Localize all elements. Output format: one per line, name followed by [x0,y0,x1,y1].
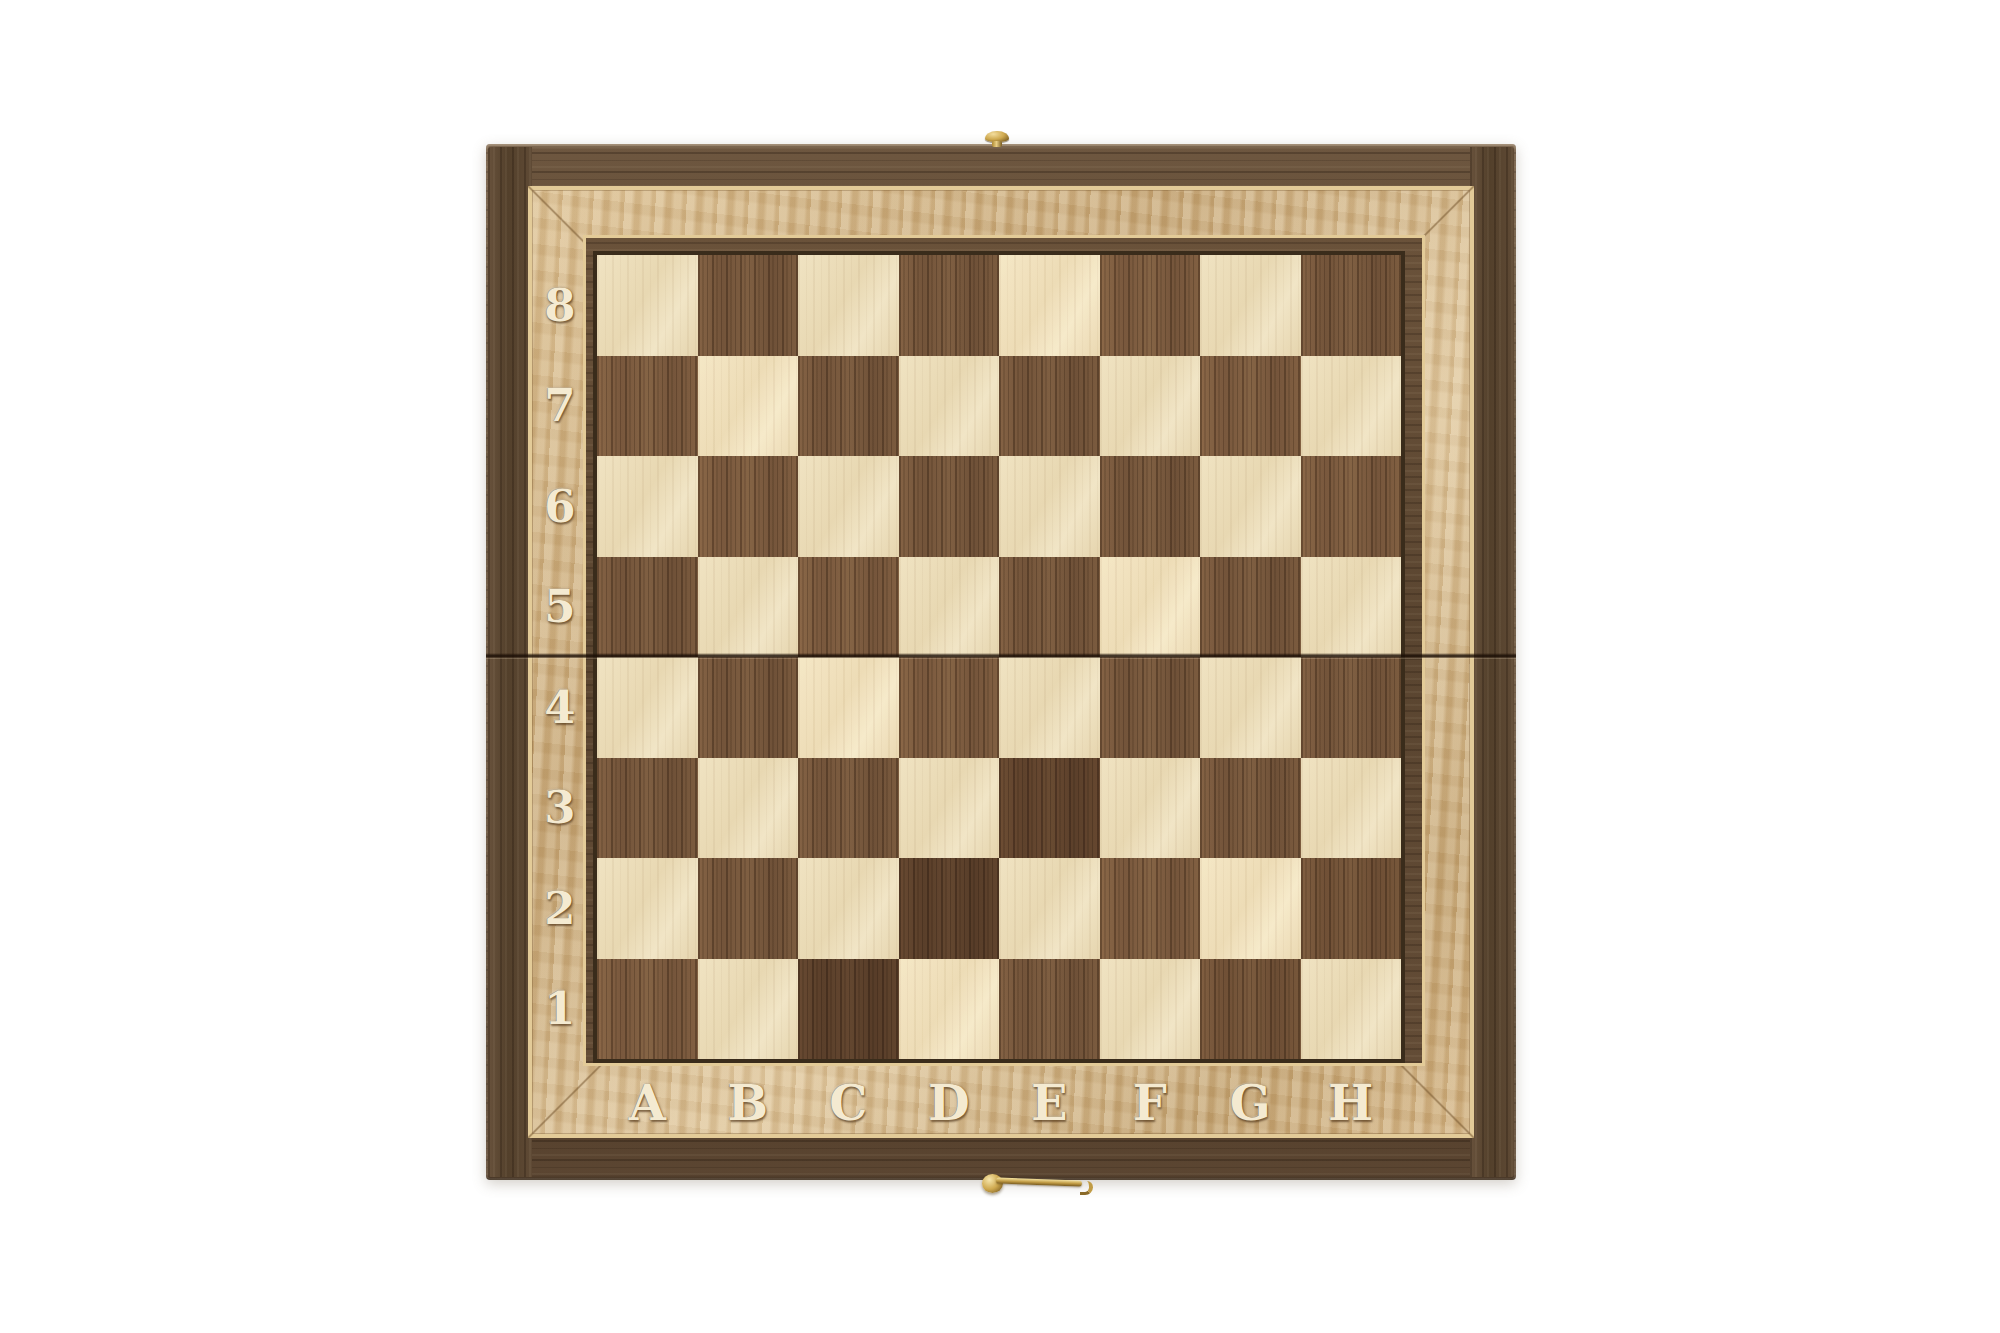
square-b1[interactable] [698,959,799,1060]
square-f5[interactable] [1100,557,1201,658]
square-h3[interactable] [1301,758,1402,859]
square-b8[interactable] [698,255,799,356]
rank-label-8: 8 [544,283,575,328]
square-h1[interactable] [1301,959,1402,1060]
square-e4[interactable] [999,657,1100,758]
square-g1[interactable] [1200,959,1301,1060]
square-d2[interactable] [899,858,1000,959]
square-b4[interactable] [698,657,799,758]
square-d5[interactable] [899,557,1000,658]
fold-seam [486,653,1516,659]
square-a8[interactable] [597,255,698,356]
rank-label-2: 2 [544,886,575,931]
square-e8[interactable] [999,255,1100,356]
frame-right-rail [1470,147,1514,1177]
rank-label-4: 4 [544,685,575,730]
file-label-g: G [1230,1079,1271,1127]
square-e5[interactable] [999,557,1100,658]
file-label-c: C [829,1079,867,1127]
square-e6[interactable] [999,456,1100,557]
square-a6[interactable] [597,456,698,557]
rank-label-5: 5 [544,584,575,629]
square-f2[interactable] [1100,858,1201,959]
square-c7[interactable] [798,356,899,457]
square-h2[interactable] [1301,858,1402,959]
square-d8[interactable] [899,255,1000,356]
chess-board: 87654321 ABCDEFGH [486,144,1516,1180]
square-c6[interactable] [798,456,899,557]
square-g6[interactable] [1200,456,1301,557]
square-b6[interactable] [698,456,799,557]
square-f7[interactable] [1100,356,1201,457]
square-c1[interactable] [798,959,899,1060]
square-b2[interactable] [698,858,799,959]
square-g8[interactable] [1200,255,1301,356]
file-label-h: H [1328,1079,1373,1127]
square-c5[interactable] [798,557,899,658]
square-a3[interactable] [597,758,698,859]
square-h8[interactable] [1301,255,1402,356]
file-label-a: A [629,1079,666,1127]
square-a4[interactable] [597,657,698,758]
square-d6[interactable] [899,456,1000,557]
file-label-e: E [1031,1079,1068,1127]
rank-label-6: 6 [544,484,575,529]
square-a2[interactable] [597,858,698,959]
square-e7[interactable] [999,356,1100,457]
square-e3[interactable] [999,758,1100,859]
rank-label-1: 1 [544,986,575,1031]
latch-arm [996,1178,1082,1187]
hinge-pin-knob [983,131,1011,147]
file-label-f: F [1133,1079,1167,1127]
square-e2[interactable] [999,858,1100,959]
square-c4[interactable] [798,657,899,758]
square-g2[interactable] [1200,858,1301,959]
square-d1[interactable] [899,959,1000,1060]
page: { "game": "chess", "scene": "overhead pr… [0,0,2000,1333]
square-h7[interactable] [1301,356,1402,457]
hinge-pin-stem [992,141,1002,147]
square-f4[interactable] [1100,657,1201,758]
square-h6[interactable] [1301,456,1402,557]
square-c2[interactable] [798,858,899,959]
square-h4[interactable] [1301,657,1402,758]
square-e1[interactable] [999,959,1100,1060]
square-c3[interactable] [798,758,899,859]
square-g3[interactable] [1200,758,1301,859]
rank-label-7: 7 [544,383,575,428]
square-g5[interactable] [1200,557,1301,658]
square-b3[interactable] [698,758,799,859]
file-labels: ABCDEFGH [597,1063,1401,1133]
square-f8[interactable] [1100,255,1201,356]
square-d4[interactable] [899,657,1000,758]
square-b7[interactable] [698,356,799,457]
square-a7[interactable] [597,356,698,457]
square-a1[interactable] [597,959,698,1060]
file-label-d: D [928,1079,970,1127]
latch-hook-tip [1080,1181,1093,1195]
rank-label-3: 3 [544,785,575,830]
square-f1[interactable] [1100,959,1201,1060]
square-a5[interactable] [597,557,698,658]
file-label-b: B [727,1079,768,1127]
square-d3[interactable] [899,758,1000,859]
square-g7[interactable] [1200,356,1301,457]
square-c8[interactable] [798,255,899,356]
square-g4[interactable] [1200,657,1301,758]
square-b5[interactable] [698,557,799,658]
square-f3[interactable] [1100,758,1201,859]
latch-hook [980,1173,1094,1198]
square-d7[interactable] [899,356,1000,457]
frame-left-rail [488,147,532,1177]
square-h5[interactable] [1301,557,1402,658]
square-f6[interactable] [1100,456,1201,557]
